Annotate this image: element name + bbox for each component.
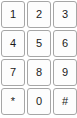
key-5[interactable]: 5 (27, 30, 51, 57)
key-9[interactable]: 9 (53, 59, 77, 86)
key-3[interactable]: 3 (53, 1, 77, 28)
key-1[interactable]: 1 (1, 1, 25, 28)
key-star[interactable]: * (1, 88, 25, 115)
key-4[interactable]: 4 (1, 30, 25, 57)
key-2[interactable]: 2 (27, 1, 51, 28)
key-8[interactable]: 8 (27, 59, 51, 86)
key-6[interactable]: 6 (53, 30, 77, 57)
key-hash[interactable]: # (53, 88, 77, 115)
key-0[interactable]: 0 (27, 88, 51, 115)
key-7[interactable]: 7 (1, 59, 25, 86)
telephone-keypad: 1 2 3 4 5 6 7 8 9 * 0 # (0, 0, 76, 116)
